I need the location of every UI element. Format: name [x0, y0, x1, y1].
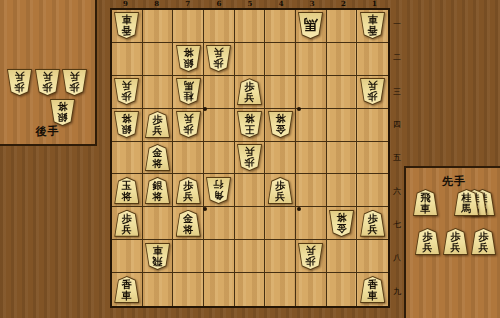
sente-piece-歩兵[interactable]: 歩兵 — [360, 210, 385, 237]
square-5-9[interactable] — [235, 273, 266, 306]
gote-piece-桂馬[interactable]: 桂馬 — [176, 78, 201, 105]
file-label: 7 — [172, 0, 203, 8]
piece-face: 歩兵 — [115, 211, 138, 236]
piece-kanji: 兵 — [177, 113, 200, 124]
piece-body: 金将 — [176, 210, 201, 237]
piece-kanji: 香 — [361, 25, 384, 36]
square-5-2[interactable] — [235, 43, 266, 76]
square-9-3[interactable]: 歩兵 — [112, 76, 143, 109]
piece-face: 金将 — [177, 211, 200, 236]
file-label: 3 — [297, 0, 328, 8]
square-9-8[interactable] — [112, 240, 143, 273]
gote-piece-金将[interactable]: 金将 — [329, 210, 354, 237]
sente-piece-桂馬[interactable]: 桂馬 — [454, 189, 479, 216]
piece-kanji: 車 — [414, 203, 437, 214]
piece-kanji: 香 — [115, 25, 138, 36]
sente-piece-飛車[interactable]: 飛車 — [413, 189, 438, 216]
piece-kanji: 馬 — [177, 80, 200, 91]
piece-body: 歩兵 — [176, 111, 201, 138]
square-4-8[interactable] — [265, 240, 296, 273]
piece-body: 金将 — [145, 144, 170, 171]
piece-kanji: 歩 — [472, 231, 495, 242]
piece-body: 歩兵 — [114, 210, 139, 237]
gote-piece-香車[interactable]: 香車 — [360, 12, 385, 39]
piece-kanji: 兵 — [36, 71, 59, 82]
piece-kanji: 兵 — [361, 224, 384, 235]
piece-kanji: 歩 — [115, 91, 138, 102]
piece-kanji: 将 — [146, 158, 169, 169]
gote-piece-金将[interactable]: 金将 — [268, 111, 293, 138]
square-8-9[interactable] — [143, 273, 174, 306]
gote-piece-角行[interactable]: 角行 — [206, 177, 231, 204]
piece-body: 飛車 — [145, 243, 170, 270]
square-6-3[interactable] — [204, 76, 235, 109]
square-2-3[interactable] — [327, 76, 358, 109]
piece-face: 歩兵 — [416, 229, 439, 254]
square-8-1[interactable] — [143, 10, 174, 43]
piece-kanji: 兵 — [269, 191, 292, 202]
piece-kanji: 兵 — [444, 242, 467, 253]
square-8-3[interactable] — [143, 76, 174, 109]
piece-kanji: 歩 — [361, 213, 384, 224]
piece-kanji: 金 — [269, 124, 292, 135]
square-1-6[interactable] — [357, 174, 388, 207]
piece-body: 香車 — [360, 12, 385, 39]
square-9-2[interactable] — [112, 43, 143, 76]
square-4-7[interactable] — [265, 207, 296, 240]
piece-body: 歩兵 — [471, 228, 496, 255]
square-6-9[interactable] — [204, 273, 235, 306]
square-1-9[interactable]: 香車 — [357, 273, 388, 306]
piece-kanji: 歩 — [269, 180, 292, 191]
piece-body: 歩兵 — [176, 177, 201, 204]
gote-piece-馬[interactable]: 馬 — [298, 12, 323, 39]
square-8-2[interactable] — [143, 43, 174, 76]
piece-kanji: 銀 — [146, 180, 169, 191]
sente-piece-歩兵[interactable]: 歩兵 — [268, 177, 293, 204]
piece-body: 金将 — [268, 111, 293, 138]
sente-piece-歩兵[interactable]: 歩兵 — [237, 78, 262, 105]
piece-kanji: 将 — [177, 224, 200, 235]
piece-face: 銀将 — [51, 100, 74, 125]
gote-piece-歩兵[interactable]: 歩兵 — [62, 69, 87, 96]
piece-face: 歩兵 — [361, 79, 384, 104]
square-1-1[interactable]: 香車 — [357, 10, 388, 43]
piece-face: 銀将 — [177, 46, 200, 71]
piece-face: 香車 — [115, 277, 138, 302]
square-8-7[interactable] — [143, 207, 174, 240]
square-3-1[interactable]: 馬 — [296, 10, 327, 43]
piece-face: 歩兵 — [177, 178, 200, 203]
square-8-5[interactable]: 金将 — [143, 142, 174, 175]
rank-label: 一 — [391, 8, 403, 41]
piece-kanji: 馬 — [455, 203, 478, 214]
piece-body: 歩兵 — [360, 210, 385, 237]
piece-face: 飛車 — [146, 244, 169, 269]
gote-piece-飛車[interactable]: 飛車 — [145, 243, 170, 270]
sente-label: 先手 — [406, 174, 500, 189]
hoshi-dot — [297, 207, 301, 211]
piece-face: 桂馬 — [177, 79, 200, 104]
piece-kanji: 兵 — [63, 71, 86, 82]
piece-kanji: 兵 — [115, 80, 138, 91]
hoshi-dot — [203, 107, 207, 111]
piece-body: 歩兵 — [206, 45, 231, 72]
square-3-6[interactable] — [296, 174, 327, 207]
square-7-4[interactable]: 歩兵 — [173, 109, 204, 142]
file-label: 8 — [141, 0, 172, 8]
piece-kanji: 兵 — [177, 191, 200, 202]
piece-kanji: 飛 — [146, 256, 169, 267]
piece-face: 歩兵 — [238, 145, 261, 170]
square-3-8[interactable]: 歩兵 — [296, 240, 327, 273]
gote-piece-歩兵[interactable]: 歩兵 — [114, 78, 139, 105]
rank-label: 八 — [391, 241, 403, 274]
piece-face: 歩兵 — [299, 244, 322, 269]
square-6-6[interactable]: 角行 — [204, 174, 235, 207]
piece-kanji: 兵 — [299, 245, 322, 256]
piece-body: 桂馬 — [454, 189, 479, 216]
piece-kanji: 歩 — [36, 82, 59, 93]
piece-face: 歩兵 — [63, 70, 86, 95]
square-5-8[interactable] — [235, 240, 266, 273]
piece-body: 歩兵 — [268, 177, 293, 204]
piece-kanji: 馬 — [299, 14, 322, 36]
rank-label: 六 — [391, 175, 403, 208]
square-7-1[interactable] — [173, 10, 204, 43]
piece-face: 金将 — [330, 211, 353, 236]
piece-kanji: 行 — [207, 179, 230, 190]
piece-kanji: 角 — [207, 190, 230, 201]
file-label: 4 — [266, 0, 297, 8]
sente-piece-歩兵[interactable]: 歩兵 — [415, 228, 440, 255]
square-6-8[interactable] — [204, 240, 235, 273]
piece-face: 玉将 — [115, 178, 138, 203]
square-8-4[interactable]: 歩兵 — [143, 109, 174, 142]
piece-face: 歩兵 — [361, 211, 384, 236]
piece-body: 飛車 — [413, 189, 438, 216]
gote-piece-歩兵[interactable]: 歩兵 — [237, 144, 262, 171]
gote-piece-王将[interactable]: 王将 — [237, 111, 262, 138]
rank-label: 三 — [391, 75, 403, 108]
piece-kanji: 歩 — [177, 124, 200, 135]
square-2-4[interactable] — [327, 109, 358, 142]
piece-face: 銀将 — [146, 178, 169, 203]
square-4-1[interactable] — [265, 10, 296, 43]
piece-face: 王将 — [238, 112, 261, 137]
piece-body: 歩兵 — [62, 69, 87, 96]
square-5-1[interactable] — [235, 10, 266, 43]
piece-face: 歩兵 — [207, 46, 230, 71]
hoshi-dot — [203, 207, 207, 211]
piece-face: 歩兵 — [269, 178, 292, 203]
square-3-2[interactable] — [296, 43, 327, 76]
square-3-4[interactable] — [296, 109, 327, 142]
piece-body: 香車 — [114, 276, 139, 303]
piece-face: 香車 — [115, 13, 138, 38]
square-6-4[interactable] — [204, 109, 235, 142]
square-3-3[interactable] — [296, 76, 327, 109]
gote-piece-香車[interactable]: 香車 — [114, 12, 139, 39]
piece-face: 歩兵 — [8, 70, 31, 95]
piece-body: 玉将 — [114, 177, 139, 204]
square-2-8[interactable] — [327, 240, 358, 273]
piece-kanji: 金 — [177, 213, 200, 224]
gote-piece-歩兵[interactable]: 歩兵 — [35, 69, 60, 96]
square-4-2[interactable] — [265, 43, 296, 76]
piece-body: 王将 — [237, 111, 262, 138]
square-1-5[interactable] — [357, 142, 388, 175]
piece-kanji: 金 — [146, 147, 169, 158]
piece-face: 飛車 — [414, 190, 437, 215]
square-6-5[interactable] — [204, 142, 235, 175]
sente-piece-銀将[interactable]: 銀将 — [145, 177, 170, 204]
square-4-9[interactable] — [265, 273, 296, 306]
rank-label: 七 — [391, 208, 403, 241]
square-1-3[interactable]: 歩兵 — [357, 76, 388, 109]
piece-kanji: 歩 — [207, 58, 230, 69]
square-9-7[interactable]: 歩兵 — [112, 207, 143, 240]
square-2-7[interactable]: 金将 — [327, 207, 358, 240]
square-4-3[interactable] — [265, 76, 296, 109]
sente-piece-香車[interactable]: 香車 — [360, 276, 385, 303]
piece-kanji: 将 — [115, 113, 138, 124]
piece-kanji: 将 — [269, 113, 292, 124]
piece-body: 銀将 — [114, 111, 139, 138]
piece-kanji: 銀 — [177, 58, 200, 69]
piece-kanji: 歩 — [177, 180, 200, 191]
piece-body: 歩兵 — [360, 78, 385, 105]
piece-kanji: 歩 — [416, 231, 439, 242]
sente-piece-金将[interactable]: 金将 — [176, 210, 201, 237]
piece-kanji: 歩 — [444, 231, 467, 242]
square-2-5[interactable] — [327, 142, 358, 175]
piece-kanji: 車 — [361, 14, 384, 25]
piece-kanji: 車 — [146, 245, 169, 256]
piece-kanji: 兵 — [207, 47, 230, 58]
piece-kanji: 桂 — [455, 192, 478, 203]
piece-face: 金将 — [146, 145, 169, 170]
rank-label: 九 — [391, 275, 403, 308]
square-9-9[interactable]: 香車 — [112, 273, 143, 306]
piece-face: 歩兵 — [472, 229, 495, 254]
square-7-6[interactable]: 歩兵 — [173, 174, 204, 207]
piece-kanji: 玉 — [115, 180, 138, 191]
square-5-3[interactable]: 歩兵 — [235, 76, 266, 109]
gote-piece-銀将[interactable]: 銀将 — [114, 111, 139, 138]
piece-face: 金将 — [269, 112, 292, 137]
piece-body: 香車 — [360, 276, 385, 303]
piece-kanji: 将 — [146, 191, 169, 202]
shogi-board: 香車馬香車銀将歩兵歩兵桂馬歩兵歩兵銀将歩兵歩兵王将金将金将歩兵玉将銀将歩兵角行歩… — [110, 8, 390, 308]
square-4-4[interactable]: 金将 — [265, 109, 296, 142]
gote-piece-歩兵[interactable]: 歩兵 — [176, 111, 201, 138]
piece-face: 歩兵 — [238, 79, 261, 104]
square-8-8[interactable]: 飛車 — [143, 240, 174, 273]
piece-face: 歩兵 — [444, 229, 467, 254]
piece-body: 歩兵 — [145, 111, 170, 138]
gote-piece-銀将[interactable]: 銀将 — [176, 45, 201, 72]
gote-piece-歩兵[interactable]: 歩兵 — [298, 243, 323, 270]
square-9-4[interactable]: 銀将 — [112, 109, 143, 142]
square-7-8[interactable] — [173, 240, 204, 273]
square-8-6[interactable]: 銀将 — [143, 174, 174, 207]
piece-body: 銀将 — [145, 177, 170, 204]
file-label: 9 — [110, 0, 141, 8]
piece-body: 桂馬 — [176, 78, 201, 105]
square-3-7[interactable] — [296, 207, 327, 240]
piece-face: 角行 — [207, 178, 230, 203]
piece-body: 香車 — [114, 12, 139, 39]
piece-kanji: 車 — [115, 290, 138, 301]
piece-body: 歩兵 — [7, 69, 32, 96]
square-9-1[interactable]: 香車 — [112, 10, 143, 43]
piece-face: 歩兵 — [146, 112, 169, 137]
square-1-7[interactable]: 歩兵 — [357, 207, 388, 240]
gote-piece-歩兵[interactable]: 歩兵 — [7, 69, 32, 96]
piece-kanji: 香 — [361, 279, 384, 290]
piece-kanji: 兵 — [472, 242, 495, 253]
file-label: 2 — [328, 0, 359, 8]
square-3-9[interactable] — [296, 273, 327, 306]
piece-body: 角行 — [206, 177, 231, 204]
piece-body: 歩兵 — [237, 78, 262, 105]
square-9-6[interactable]: 玉将 — [112, 174, 143, 207]
square-7-9[interactable] — [173, 273, 204, 306]
piece-kanji: 兵 — [115, 224, 138, 235]
square-5-4[interactable]: 王将 — [235, 109, 266, 142]
piece-face: 歩兵 — [177, 112, 200, 137]
piece-face: 歩兵 — [36, 70, 59, 95]
piece-body: 歩兵 — [298, 243, 323, 270]
piece-kanji: 兵 — [238, 146, 261, 157]
piece-body: 馬 — [298, 12, 323, 39]
square-6-2[interactable]: 歩兵 — [204, 43, 235, 76]
gote-piece-銀将[interactable]: 銀将 — [50, 99, 75, 126]
file-label: 5 — [234, 0, 265, 8]
square-2-9[interactable] — [327, 273, 358, 306]
sente-piece-歩兵[interactable]: 歩兵 — [145, 111, 170, 138]
piece-face: 香車 — [361, 277, 384, 302]
square-5-6[interactable] — [235, 174, 266, 207]
sente-piece-歩兵[interactable]: 歩兵 — [114, 210, 139, 237]
piece-body: 歩兵 — [35, 69, 60, 96]
piece-kanji: 歩 — [63, 82, 86, 93]
square-4-5[interactable] — [265, 142, 296, 175]
piece-kanji: 歩 — [8, 82, 31, 93]
square-2-1[interactable] — [327, 10, 358, 43]
rank-coordinates: 一二三四五六七八九 — [391, 8, 403, 308]
square-9-5[interactable] — [112, 142, 143, 175]
piece-body: 銀将 — [50, 99, 75, 126]
piece-kanji: 車 — [115, 14, 138, 25]
piece-kanji: 将 — [51, 101, 74, 112]
gote-piece-歩兵[interactable]: 歩兵 — [360, 78, 385, 105]
piece-kanji: 兵 — [238, 92, 261, 103]
piece-body: 金将 — [329, 210, 354, 237]
file-label: 1 — [359, 0, 390, 8]
square-1-4[interactable] — [357, 109, 388, 142]
piece-kanji: 歩 — [361, 91, 384, 102]
piece-kanji: 兵 — [416, 242, 439, 253]
piece-kanji: 兵 — [146, 125, 169, 136]
piece-kanji: 車 — [361, 290, 384, 301]
gote-hand-tray: 後手 歩兵歩兵歩兵銀将 — [0, 0, 97, 146]
piece-kanji: 歩 — [115, 213, 138, 224]
piece-kanji: 銀 — [51, 112, 74, 123]
rank-label: 五 — [391, 141, 403, 174]
piece-kanji: 将 — [115, 191, 138, 202]
sente-piece-歩兵[interactable]: 歩兵 — [176, 177, 201, 204]
shogi-app-window: 後手 歩兵歩兵歩兵銀将 987654321 一二三四五六七八九 香車馬香車銀将歩… — [0, 0, 500, 318]
square-7-2[interactable]: 銀将 — [173, 43, 204, 76]
square-2-2[interactable] — [327, 43, 358, 76]
sente-hand-tray: 先手 飛車桂馬桂馬桂馬歩兵歩兵歩兵 — [404, 166, 500, 318]
piece-face: 馬 — [299, 13, 322, 38]
piece-body: 歩兵 — [237, 144, 262, 171]
piece-kanji: 歩 — [299, 256, 322, 267]
piece-kanji: 将 — [177, 47, 200, 58]
piece-kanji: 将 — [330, 212, 353, 223]
square-1-8[interactable] — [357, 240, 388, 273]
piece-kanji: 王 — [238, 124, 261, 135]
sente-piece-玉将[interactable]: 玉将 — [114, 177, 139, 204]
piece-body: 銀将 — [176, 45, 201, 72]
piece-body: 歩兵 — [415, 228, 440, 255]
piece-kanji: 将 — [238, 113, 261, 124]
piece-kanji: 桂 — [177, 91, 200, 102]
sente-piece-香車[interactable]: 香車 — [114, 276, 139, 303]
piece-kanji: 香 — [115, 279, 138, 290]
piece-face: 桂馬 — [455, 190, 478, 215]
file-coordinates: 987654321 — [110, 0, 390, 8]
file-label: 6 — [203, 0, 234, 8]
piece-face: 香車 — [361, 13, 384, 38]
square-3-5[interactable] — [296, 142, 327, 175]
square-7-5[interactable] — [173, 142, 204, 175]
sente-piece-歩兵[interactable]: 歩兵 — [471, 228, 496, 255]
gote-piece-歩兵[interactable]: 歩兵 — [206, 45, 231, 72]
hoshi-dot — [297, 107, 301, 111]
piece-kanji: 歩 — [238, 157, 261, 168]
sente-piece-金将[interactable]: 金将 — [145, 144, 170, 171]
piece-kanji: 歩 — [238, 81, 261, 92]
sente-piece-歩兵[interactable]: 歩兵 — [443, 228, 468, 255]
square-4-6[interactable]: 歩兵 — [265, 174, 296, 207]
piece-face: 歩兵 — [115, 79, 138, 104]
square-5-5[interactable]: 歩兵 — [235, 142, 266, 175]
rank-label: 四 — [391, 108, 403, 141]
piece-body: 歩兵 — [443, 228, 468, 255]
square-7-3[interactable]: 桂馬 — [173, 76, 204, 109]
piece-kanji: 兵 — [361, 80, 384, 91]
piece-body: 歩兵 — [114, 78, 139, 105]
square-1-2[interactable] — [357, 43, 388, 76]
square-7-7[interactable]: 金将 — [173, 207, 204, 240]
piece-kanji: 銀 — [115, 124, 138, 135]
rank-label: 二 — [391, 41, 403, 74]
piece-kanji: 金 — [330, 223, 353, 234]
piece-face: 銀将 — [115, 112, 138, 137]
piece-kanji: 兵 — [8, 71, 31, 82]
gote-label: 後手 — [0, 124, 95, 139]
piece-kanji: 歩 — [146, 114, 169, 125]
square-6-1[interactable] — [204, 10, 235, 43]
square-6-7[interactable] — [204, 207, 235, 240]
square-5-7[interactable] — [235, 207, 266, 240]
piece-kanji: 飛 — [414, 192, 437, 203]
square-2-6[interactable] — [327, 174, 358, 207]
